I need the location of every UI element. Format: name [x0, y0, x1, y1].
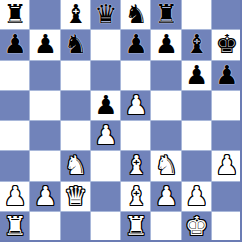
chess-board: ♜♝♛♞♜♟♟♞♟♟♝♚♟♟♟♟♟♞♝♞♟♟♟♛♝♟♟♜♜♚: [0, 0, 242, 242]
square-c4[interactable]: [61, 121, 91, 151]
square-f8[interactable]: ♜: [151, 0, 181, 30]
piece-black-pawn[interactable]: ♟: [215, 62, 238, 88]
piece-white-king[interactable]: ♚: [185, 213, 208, 239]
square-e8[interactable]: ♞: [121, 0, 151, 30]
square-b7[interactable]: ♟: [30, 30, 60, 60]
piece-black-bishop[interactable]: ♝: [64, 1, 87, 27]
piece-black-rook[interactable]: ♜: [3, 1, 26, 27]
square-e5[interactable]: ♟: [121, 91, 151, 121]
square-f5[interactable]: [151, 91, 181, 121]
piece-black-knight[interactable]: ♞: [124, 1, 147, 27]
piece-white-pawn[interactable]: ♟: [155, 183, 178, 209]
square-g3[interactable]: [182, 151, 212, 181]
square-a1[interactable]: ♜: [0, 212, 30, 242]
square-g6[interactable]: ♟: [182, 61, 212, 91]
piece-white-bishop[interactable]: ♝: [124, 152, 147, 178]
piece-white-knight[interactable]: ♞: [64, 152, 87, 178]
square-c1[interactable]: [61, 212, 91, 242]
square-d5[interactable]: ♟: [91, 91, 121, 121]
square-e4[interactable]: [121, 121, 151, 151]
piece-white-pawn[interactable]: ♟: [215, 152, 238, 178]
piece-black-king[interactable]: ♚: [215, 31, 238, 57]
square-b3[interactable]: [30, 151, 60, 181]
piece-white-rook[interactable]: ♜: [124, 213, 147, 239]
square-f1[interactable]: [151, 212, 181, 242]
square-e1[interactable]: ♜: [121, 212, 151, 242]
square-e6[interactable]: [121, 61, 151, 91]
piece-black-pawn[interactable]: ♟: [3, 31, 26, 57]
square-c6[interactable]: [61, 61, 91, 91]
square-a3[interactable]: [0, 151, 30, 181]
square-c3[interactable]: ♞: [61, 151, 91, 181]
square-g4[interactable]: [182, 121, 212, 151]
square-g1[interactable]: ♚: [182, 212, 212, 242]
piece-black-rook[interactable]: ♜: [155, 1, 178, 27]
square-h1[interactable]: [212, 212, 242, 242]
piece-white-pawn[interactable]: ♟: [94, 122, 117, 148]
square-c5[interactable]: [61, 91, 91, 121]
square-a6[interactable]: [0, 61, 30, 91]
square-c7[interactable]: ♞: [61, 30, 91, 60]
square-h3[interactable]: ♟: [212, 151, 242, 181]
piece-white-pawn[interactable]: ♟: [3, 183, 26, 209]
square-b6[interactable]: [30, 61, 60, 91]
square-h6[interactable]: ♟: [212, 61, 242, 91]
square-e7[interactable]: ♟: [121, 30, 151, 60]
square-d3[interactable]: [91, 151, 121, 181]
square-a8[interactable]: ♜: [0, 0, 30, 30]
square-h2[interactable]: [212, 182, 242, 212]
piece-white-pawn[interactable]: ♟: [185, 183, 208, 209]
square-f7[interactable]: ♟: [151, 30, 181, 60]
square-a7[interactable]: ♟: [0, 30, 30, 60]
piece-black-pawn[interactable]: ♟: [185, 62, 208, 88]
square-f3[interactable]: ♞: [151, 151, 181, 181]
piece-black-bishop[interactable]: ♝: [185, 31, 208, 57]
square-b1[interactable]: [30, 212, 60, 242]
square-c2[interactable]: ♛: [61, 182, 91, 212]
piece-black-pawn[interactable]: ♟: [94, 92, 117, 118]
square-g5[interactable]: [182, 91, 212, 121]
square-d8[interactable]: ♛: [91, 0, 121, 30]
piece-white-knight[interactable]: ♞: [155, 152, 178, 178]
square-a5[interactable]: [0, 91, 30, 121]
square-b2[interactable]: ♟: [30, 182, 60, 212]
square-g7[interactable]: ♝: [182, 30, 212, 60]
piece-black-pawn[interactable]: ♟: [155, 31, 178, 57]
square-h5[interactable]: [212, 91, 242, 121]
square-b4[interactable]: [30, 121, 60, 151]
square-d6[interactable]: [91, 61, 121, 91]
square-f6[interactable]: [151, 61, 181, 91]
square-h8[interactable]: [212, 0, 242, 30]
square-b5[interactable]: [30, 91, 60, 121]
piece-white-pawn[interactable]: ♟: [124, 92, 147, 118]
square-f2[interactable]: ♟: [151, 182, 181, 212]
square-d1[interactable]: [91, 212, 121, 242]
square-g2[interactable]: ♟: [182, 182, 212, 212]
square-a2[interactable]: ♟: [0, 182, 30, 212]
piece-white-bishop[interactable]: ♝: [124, 183, 147, 209]
piece-white-queen[interactable]: ♛: [64, 183, 87, 209]
piece-black-knight[interactable]: ♞: [64, 31, 87, 57]
square-e2[interactable]: ♝: [121, 182, 151, 212]
square-g8[interactable]: [182, 0, 212, 30]
square-h7[interactable]: ♚: [212, 30, 242, 60]
square-d7[interactable]: [91, 30, 121, 60]
piece-black-pawn[interactable]: ♟: [34, 31, 57, 57]
piece-black-pawn[interactable]: ♟: [124, 31, 147, 57]
square-a4[interactable]: [0, 121, 30, 151]
piece-black-queen[interactable]: ♛: [94, 1, 117, 27]
piece-white-pawn[interactable]: ♟: [34, 183, 57, 209]
square-d2[interactable]: [91, 182, 121, 212]
piece-white-rook[interactable]: ♜: [3, 213, 26, 239]
square-b8[interactable]: [30, 0, 60, 30]
square-f4[interactable]: [151, 121, 181, 151]
square-d4[interactable]: ♟: [91, 121, 121, 151]
square-e3[interactable]: ♝: [121, 151, 151, 181]
square-h4[interactable]: [212, 121, 242, 151]
square-c8[interactable]: ♝: [61, 0, 91, 30]
